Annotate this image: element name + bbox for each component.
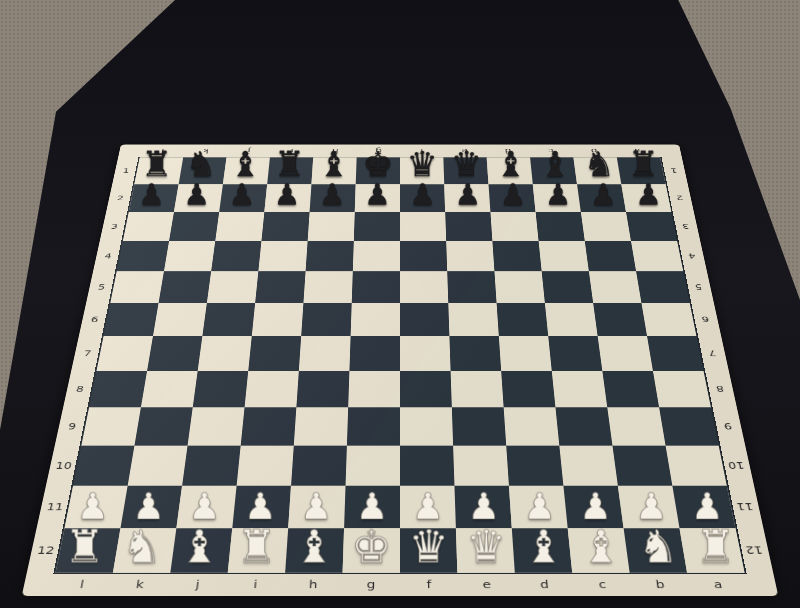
square-i4[interactable] bbox=[258, 241, 307, 271]
square-j5[interactable] bbox=[207, 271, 259, 303]
white-knight-k12[interactable]: ♞ bbox=[113, 522, 171, 572]
square-e2[interactable]: ♟ bbox=[444, 184, 490, 212]
square-c10[interactable] bbox=[559, 446, 618, 486]
file-label-a: a bbox=[687, 573, 749, 596]
square-g3[interactable] bbox=[354, 212, 400, 241]
square-g10[interactable] bbox=[346, 446, 400, 486]
square-b8[interactable] bbox=[602, 371, 659, 407]
square-a8[interactable] bbox=[653, 371, 711, 407]
square-h12[interactable]: ♝ bbox=[285, 528, 344, 573]
square-l5[interactable] bbox=[110, 271, 164, 303]
square-f8[interactable] bbox=[400, 371, 452, 407]
black-pawn-d2[interactable]: ♟ bbox=[490, 178, 535, 211]
square-j12[interactable]: ♝ bbox=[170, 528, 232, 573]
square-e12[interactable]: ♛ bbox=[456, 528, 515, 573]
square-f4[interactable] bbox=[400, 241, 447, 271]
square-g8[interactable] bbox=[348, 371, 400, 407]
square-g12[interactable]: ♚ bbox=[343, 528, 400, 573]
square-b4[interactable] bbox=[585, 241, 636, 271]
square-d3[interactable] bbox=[490, 212, 538, 241]
square-i10[interactable] bbox=[237, 446, 294, 486]
square-f9[interactable] bbox=[400, 407, 453, 445]
square-c5[interactable] bbox=[542, 271, 594, 303]
square-e6[interactable] bbox=[448, 303, 499, 336]
white-king-g12[interactable]: ♚ bbox=[343, 522, 400, 572]
square-k5[interactable] bbox=[159, 271, 212, 303]
file-label-f: f bbox=[400, 573, 458, 596]
square-e9[interactable] bbox=[452, 407, 506, 445]
black-pawn-k2[interactable]: ♟ bbox=[174, 178, 219, 211]
square-h8[interactable] bbox=[296, 371, 349, 407]
black-pawn-i2[interactable]: ♟ bbox=[264, 178, 309, 211]
square-f10[interactable] bbox=[400, 446, 454, 486]
square-d7[interactable] bbox=[499, 336, 552, 371]
square-b5[interactable] bbox=[589, 271, 642, 303]
board-grid: ♜♞♝♜♝♚♛♛♝♝♞♜♟♟♟♟♟♟♟♟♟♟♟♟♟♟♟♟♟♟♟♟♟♟♟♟♜♞♝♜… bbox=[56, 157, 745, 572]
square-k8[interactable] bbox=[141, 371, 198, 407]
square-i9[interactable] bbox=[241, 407, 297, 445]
square-j2[interactable]: ♟ bbox=[219, 184, 267, 212]
square-h5[interactable] bbox=[303, 271, 352, 303]
square-g2[interactable]: ♟ bbox=[355, 184, 400, 212]
square-h6[interactable] bbox=[301, 303, 352, 336]
square-b9[interactable] bbox=[607, 407, 665, 445]
square-e7[interactable] bbox=[449, 336, 501, 371]
file-label-k: k bbox=[109, 573, 170, 596]
square-g9[interactable] bbox=[347, 407, 400, 445]
square-k4[interactable] bbox=[164, 241, 215, 271]
file-label-l: l bbox=[51, 573, 113, 596]
white-bishop-h12[interactable]: ♝ bbox=[285, 522, 342, 572]
square-c12[interactable]: ♝ bbox=[568, 528, 630, 573]
square-l7[interactable] bbox=[96, 336, 152, 371]
white-rook-a12[interactable]: ♜ bbox=[687, 522, 745, 572]
square-h10[interactable] bbox=[291, 446, 347, 486]
square-b6[interactable] bbox=[593, 303, 647, 336]
square-h7[interactable] bbox=[299, 336, 351, 371]
white-rook-i12[interactable]: ♜ bbox=[228, 522, 285, 572]
square-e3[interactable] bbox=[445, 212, 492, 241]
square-k7[interactable] bbox=[147, 336, 202, 371]
table-scene: lkjihgfedcba lkjihgfedcba 12345678910111… bbox=[0, 0, 800, 608]
square-b12[interactable]: ♞ bbox=[624, 528, 687, 573]
square-a7[interactable] bbox=[647, 336, 703, 371]
file-label-i: i bbox=[225, 573, 285, 596]
square-b10[interactable] bbox=[612, 446, 672, 486]
square-i3[interactable] bbox=[261, 212, 309, 241]
square-a2[interactable]: ♟ bbox=[621, 184, 671, 212]
square-d12[interactable]: ♝ bbox=[512, 528, 572, 573]
square-d8[interactable] bbox=[501, 371, 555, 407]
black-pawn-g2[interactable]: ♟ bbox=[355, 178, 400, 211]
square-i12[interactable]: ♜ bbox=[228, 528, 288, 573]
file-labels-bottom: lkjihgfedcba bbox=[51, 573, 749, 596]
white-queen-e12[interactable]: ♛ bbox=[457, 522, 514, 572]
square-f3[interactable] bbox=[400, 212, 446, 241]
square-a3[interactable] bbox=[626, 212, 677, 241]
square-b2[interactable]: ♟ bbox=[577, 184, 626, 212]
square-a6[interactable] bbox=[641, 303, 696, 336]
square-c2[interactable]: ♟ bbox=[533, 184, 581, 212]
black-pawn-c2[interactable]: ♟ bbox=[536, 178, 581, 211]
square-f5[interactable] bbox=[400, 271, 448, 303]
square-l3[interactable] bbox=[123, 212, 174, 241]
square-d9[interactable] bbox=[504, 407, 560, 445]
square-j3[interactable] bbox=[215, 212, 264, 241]
square-l2[interactable]: ♟ bbox=[129, 184, 179, 212]
square-c8[interactable] bbox=[552, 371, 608, 407]
black-pawn-a2[interactable]: ♟ bbox=[626, 178, 671, 211]
square-c4[interactable] bbox=[539, 241, 589, 271]
square-k10[interactable] bbox=[128, 446, 188, 486]
square-k3[interactable] bbox=[169, 212, 219, 241]
square-j7[interactable] bbox=[198, 336, 252, 371]
square-d2[interactable]: ♟ bbox=[489, 184, 536, 212]
square-a5[interactable] bbox=[636, 271, 690, 303]
square-b7[interactable] bbox=[598, 336, 653, 371]
square-d10[interactable] bbox=[506, 446, 563, 486]
square-i8[interactable] bbox=[245, 371, 299, 407]
square-j9[interactable] bbox=[188, 407, 245, 445]
file-label-j: j bbox=[167, 573, 228, 596]
square-c7[interactable] bbox=[548, 336, 602, 371]
white-bishop-c12[interactable]: ♝ bbox=[572, 522, 630, 572]
square-j8[interactable] bbox=[193, 371, 249, 407]
file-label-e: e bbox=[457, 573, 516, 596]
white-rook-l12[interactable]: ♜ bbox=[56, 522, 114, 572]
square-c9[interactable] bbox=[555, 407, 612, 445]
square-i6[interactable] bbox=[252, 303, 304, 336]
square-k9[interactable] bbox=[134, 407, 192, 445]
white-bishop-d12[interactable]: ♝ bbox=[515, 522, 572, 572]
square-e4[interactable] bbox=[446, 241, 494, 271]
square-c6[interactable] bbox=[545, 303, 598, 336]
square-h2[interactable]: ♟ bbox=[310, 184, 356, 212]
square-l4[interactable] bbox=[117, 241, 169, 271]
square-i7[interactable] bbox=[248, 336, 301, 371]
file-label-c: c bbox=[572, 573, 633, 596]
square-b3[interactable] bbox=[581, 212, 631, 241]
square-a12[interactable]: ♜ bbox=[680, 528, 745, 573]
square-d4[interactable] bbox=[492, 241, 541, 271]
square-l12[interactable]: ♜ bbox=[56, 528, 121, 573]
chess-mat: lkjihgfedcba lkjihgfedcba 12345678910111… bbox=[22, 145, 779, 596]
square-d5[interactable] bbox=[494, 271, 544, 303]
file-label-d: d bbox=[515, 573, 575, 596]
black-pawn-h2[interactable]: ♟ bbox=[310, 178, 355, 211]
square-h9[interactable] bbox=[294, 407, 348, 445]
square-a10[interactable] bbox=[666, 446, 727, 486]
white-bishop-j12[interactable]: ♝ bbox=[170, 522, 228, 572]
square-l6[interactable] bbox=[104, 303, 159, 336]
square-e5[interactable] bbox=[447, 271, 496, 303]
black-pawn-f2[interactable]: ♟ bbox=[400, 178, 445, 211]
square-c3[interactable] bbox=[536, 212, 585, 241]
square-i5[interactable] bbox=[255, 271, 305, 303]
black-pawn-j2[interactable]: ♟ bbox=[219, 178, 264, 211]
square-j4[interactable] bbox=[211, 241, 261, 271]
square-f2[interactable]: ♟ bbox=[400, 184, 445, 212]
square-k12[interactable]: ♞ bbox=[113, 528, 176, 573]
square-g4[interactable] bbox=[353, 241, 400, 271]
square-f6[interactable] bbox=[400, 303, 449, 336]
square-a9[interactable] bbox=[659, 407, 719, 445]
file-label-g: g bbox=[342, 573, 400, 596]
square-e10[interactable] bbox=[453, 446, 509, 486]
square-e8[interactable] bbox=[451, 371, 504, 407]
square-l9[interactable] bbox=[81, 407, 141, 445]
square-k2[interactable]: ♟ bbox=[174, 184, 223, 212]
square-f7[interactable] bbox=[400, 336, 451, 371]
file-label-b: b bbox=[630, 573, 691, 596]
square-a4[interactable] bbox=[631, 241, 683, 271]
white-queen-f12[interactable]: ♛ bbox=[400, 522, 457, 572]
white-knight-b12[interactable]: ♞ bbox=[629, 522, 687, 572]
square-l8[interactable] bbox=[89, 371, 147, 407]
board-perspective-wrap: lkjihgfedcba lkjihgfedcba 12345678910111… bbox=[22, 145, 779, 596]
square-i2[interactable]: ♟ bbox=[264, 184, 311, 212]
square-h3[interactable] bbox=[308, 212, 355, 241]
square-f12[interactable]: ♛ bbox=[400, 528, 457, 573]
square-l10[interactable] bbox=[73, 446, 134, 486]
square-g5[interactable] bbox=[352, 271, 400, 303]
black-pawn-b2[interactable]: ♟ bbox=[581, 178, 626, 211]
file-label-h: h bbox=[284, 573, 343, 596]
square-h4[interactable] bbox=[306, 241, 354, 271]
black-pawn-e2[interactable]: ♟ bbox=[445, 178, 490, 211]
black-pawn-l2[interactable]: ♟ bbox=[129, 178, 174, 211]
square-j10[interactable] bbox=[182, 446, 241, 486]
square-k6[interactable] bbox=[153, 303, 207, 336]
square-d6[interactable] bbox=[497, 303, 549, 336]
square-g7[interactable] bbox=[349, 336, 400, 371]
square-g6[interactable] bbox=[351, 303, 400, 336]
square-j6[interactable] bbox=[202, 303, 255, 336]
